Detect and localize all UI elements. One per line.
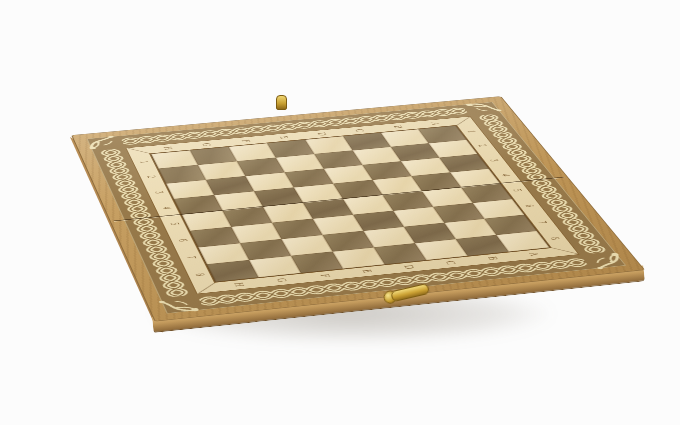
floral-corner-icon [585, 252, 630, 270]
photo-background: HGFEDCBA HGFEDCBA 12345678 12345678 [0, 0, 680, 425]
floral-corner-icon [157, 296, 200, 315]
floral-corner-icon [83, 135, 121, 150]
floral-corner-icon [464, 101, 503, 115]
brass-hinge-pin [276, 95, 287, 110]
